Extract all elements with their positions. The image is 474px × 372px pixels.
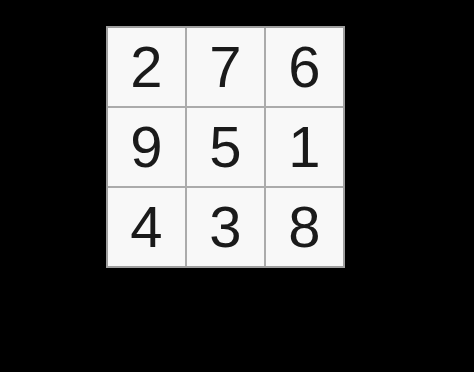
cell-r1c1: 5 — [187, 108, 264, 186]
cell-r1c2: 1 — [266, 108, 343, 186]
cell-r2c2: 8 — [266, 188, 343, 266]
cell-r0c2: 6 — [266, 28, 343, 106]
page-background: { "game": "magic-square", "grid_size": "… — [0, 0, 474, 372]
magic-square-board: 2 7 6 9 5 1 4 3 8 — [106, 26, 345, 268]
cell-r0c0: 2 — [108, 28, 185, 106]
cell-r2c0: 4 — [108, 188, 185, 266]
cell-r2c1: 3 — [187, 188, 264, 266]
cell-r1c0: 9 — [108, 108, 185, 186]
cell-r0c1: 7 — [187, 28, 264, 106]
